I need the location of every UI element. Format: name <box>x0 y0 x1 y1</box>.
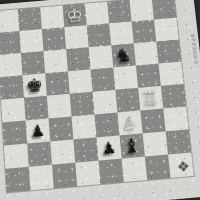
square-h3[interactable] <box>163 107 188 132</box>
square-g5[interactable] <box>136 64 161 88</box>
square-e6[interactable] <box>89 45 114 69</box>
square-c1[interactable] <box>52 163 77 189</box>
square-d6[interactable] <box>66 47 90 71</box>
square-a2[interactable] <box>4 143 29 168</box>
square-a5[interactable] <box>0 75 24 99</box>
square-e5[interactable] <box>91 67 116 91</box>
square-b8[interactable] <box>18 7 42 31</box>
four-arrows-logo-icon: ❖ <box>176 159 190 174</box>
square-f8[interactable] <box>107 0 131 23</box>
square-f6[interactable]: ♞ <box>111 43 136 67</box>
square-b1[interactable] <box>29 165 54 191</box>
square-c6[interactable] <box>43 49 67 73</box>
square-e8[interactable] <box>85 2 109 26</box>
square-b2[interactable] <box>27 141 52 166</box>
square-h2[interactable] <box>166 129 192 154</box>
square-g4[interactable]: ♖ <box>138 86 163 111</box>
piece-black-pawn: ♟ <box>30 122 46 139</box>
square-d4[interactable] <box>70 92 95 117</box>
square-d1[interactable] <box>75 161 100 187</box>
square-a1[interactable] <box>5 167 30 193</box>
square-a8[interactable] <box>0 9 19 33</box>
square-f4[interactable] <box>115 88 140 113</box>
square-b6[interactable] <box>21 51 45 75</box>
square-c2[interactable] <box>50 139 75 164</box>
square-f2[interactable]: ♝ <box>120 133 145 158</box>
square-d2[interactable] <box>73 137 98 162</box>
square-c7[interactable] <box>42 27 66 51</box>
square-a3[interactable] <box>2 120 27 145</box>
square-h1[interactable]: ❖ <box>168 152 194 177</box>
square-h4[interactable] <box>161 84 186 109</box>
square-d7[interactable] <box>64 25 88 49</box>
piece-black-bishop: ♝ <box>123 136 142 157</box>
square-e1[interactable] <box>98 159 123 185</box>
piece-black-pawn: ♟ <box>101 139 117 156</box>
piece-white-pawn: ♙ <box>122 114 138 131</box>
square-a4[interactable] <box>1 98 25 123</box>
square-c3[interactable] <box>49 116 74 141</box>
square-g8[interactable] <box>129 0 154 21</box>
square-e4[interactable] <box>93 90 118 115</box>
square-c5[interactable] <box>45 71 70 95</box>
square-g3[interactable] <box>140 108 165 133</box>
square-d5[interactable] <box>68 69 93 93</box>
photo-background: ♔♞♚♖♟♙♟♝❖ ФРЯЗИНО 4Р <box>0 0 200 200</box>
square-g1[interactable] <box>145 155 171 180</box>
square-c4[interactable] <box>47 94 72 119</box>
square-h6[interactable] <box>156 40 181 64</box>
chess-board: ♔♞♚♖♟♙♟♝❖ <box>0 0 194 192</box>
square-f3[interactable]: ♙ <box>117 110 142 135</box>
square-h8[interactable] <box>152 0 177 20</box>
square-b3[interactable]: ♟ <box>26 118 51 143</box>
piece-white-rook: ♖ <box>141 88 160 108</box>
square-c8[interactable] <box>40 6 64 30</box>
square-h7[interactable] <box>154 18 179 42</box>
square-b7[interactable] <box>19 29 43 53</box>
piece-black-knight: ♞ <box>114 46 132 66</box>
square-f7[interactable] <box>109 21 134 45</box>
square-g2[interactable] <box>143 131 168 156</box>
square-e2[interactable]: ♟ <box>96 135 121 160</box>
square-d3[interactable] <box>72 114 97 139</box>
piece-white-king: ♔ <box>66 6 84 25</box>
square-b5[interactable]: ♚ <box>22 73 46 97</box>
square-h5[interactable] <box>159 62 184 86</box>
square-f5[interactable] <box>113 65 138 89</box>
frame-stamp-text: ФРЯЗИНО <box>190 33 199 65</box>
piece-black-king: ♚ <box>25 75 43 95</box>
square-e3[interactable] <box>94 112 119 137</box>
square-g6[interactable] <box>134 41 159 65</box>
chess-board-frame: ♔♞♚♖♟♙♟♝❖ ФРЯЗИНО 4Р <box>0 0 200 200</box>
square-d8[interactable]: ♔ <box>63 4 87 28</box>
square-a6[interactable] <box>0 53 22 77</box>
square-b4[interactable] <box>24 96 49 121</box>
square-f1[interactable] <box>122 157 147 183</box>
square-e7[interactable] <box>87 23 111 47</box>
square-a7[interactable] <box>0 31 21 55</box>
square-g7[interactable] <box>132 20 157 44</box>
